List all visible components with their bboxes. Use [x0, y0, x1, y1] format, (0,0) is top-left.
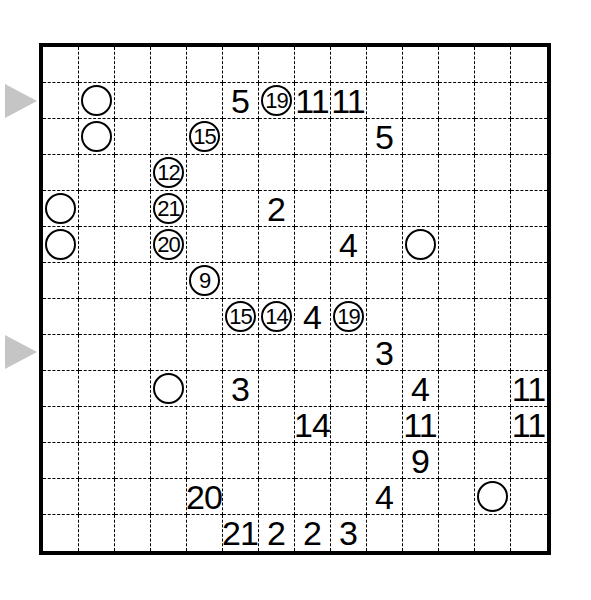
- cell-r9c2[interactable]: [79, 335, 115, 371]
- cell-r14c9[interactable]: 3: [331, 515, 367, 551]
- cell-r10c6[interactable]: 3: [223, 371, 259, 407]
- cell-r12c11[interactable]: 9: [403, 443, 439, 479]
- cell-r1c6[interactable]: [223, 47, 259, 83]
- number-clue: 2: [303, 516, 321, 550]
- cell-r13c6[interactable]: [223, 479, 259, 515]
- cell-r12c6[interactable]: [223, 443, 259, 479]
- cell-r10c12[interactable]: [439, 371, 475, 407]
- cell-r7c12[interactable]: [439, 263, 475, 299]
- cell-r6c9[interactable]: 4: [331, 227, 367, 263]
- cell-r4c12[interactable]: [439, 155, 475, 191]
- cell-r7c10[interactable]: [367, 263, 403, 299]
- cell-r10c2[interactable]: [79, 371, 115, 407]
- cell-r8c5[interactable]: [187, 299, 223, 335]
- number-clue: 4: [375, 480, 393, 514]
- cell-r14c14[interactable]: [511, 515, 547, 551]
- cell-r11c11[interactable]: 11: [403, 407, 439, 443]
- cell-r2c11[interactable]: [403, 83, 439, 119]
- cell-r1c7[interactable]: [259, 47, 295, 83]
- cell-r9c5[interactable]: [187, 335, 223, 371]
- cell-r13c13[interactable]: [475, 479, 511, 515]
- cell-r2c14[interactable]: [511, 83, 547, 119]
- cell-r14c4[interactable]: [151, 515, 187, 551]
- cell-r10c13[interactable]: [475, 371, 511, 407]
- cell-r1c1[interactable]: [43, 47, 79, 83]
- cell-r2c10[interactable]: [367, 83, 403, 119]
- cell-r13c3[interactable]: [115, 479, 151, 515]
- number-clue: 3: [339, 516, 357, 550]
- cell-r4c8[interactable]: [295, 155, 331, 191]
- cell-r7c13[interactable]: [475, 263, 511, 299]
- cell-r4c10[interactable]: [367, 155, 403, 191]
- cell-r11c8[interactable]: 14: [295, 407, 331, 443]
- circled-number-clue: 19: [333, 301, 364, 332]
- cell-r5c14[interactable]: [511, 191, 547, 227]
- cell-r1c5[interactable]: [187, 47, 223, 83]
- cell-r2c7[interactable]: 19: [259, 83, 295, 119]
- cell-r11c3[interactable]: [115, 407, 151, 443]
- circled-number-clue: 15: [189, 121, 220, 152]
- cell-r10c11[interactable]: 4: [403, 371, 439, 407]
- cell-r13c12[interactable]: [439, 479, 475, 515]
- puzzle-grid: 5191111155122122049151441933411141111920…: [43, 47, 547, 551]
- cell-r2c4[interactable]: [151, 83, 187, 119]
- cell-r8c2[interactable]: [79, 299, 115, 335]
- cell-r13c1[interactable]: [43, 479, 79, 515]
- cell-r7c8[interactable]: [295, 263, 331, 299]
- cell-r7c9[interactable]: [331, 263, 367, 299]
- cell-r9c6[interactable]: [223, 335, 259, 371]
- cell-r7c6[interactable]: [223, 263, 259, 299]
- cell-r7c3[interactable]: [115, 263, 151, 299]
- cell-r7c11[interactable]: [403, 263, 439, 299]
- cell-r6c6[interactable]: [223, 227, 259, 263]
- cell-r11c7[interactable]: [259, 407, 295, 443]
- cell-r9c8[interactable]: [295, 335, 331, 371]
- number-clue: 3: [375, 336, 393, 370]
- cell-r8c7[interactable]: 14: [259, 299, 295, 335]
- cell-r5c4[interactable]: 21: [151, 191, 187, 227]
- cell-r14c12[interactable]: [439, 515, 475, 551]
- cell-r8c10[interactable]: [367, 299, 403, 335]
- cell-r6c3[interactable]: [115, 227, 151, 263]
- cell-r7c2[interactable]: [79, 263, 115, 299]
- cell-r11c13[interactable]: [475, 407, 511, 443]
- cell-r4c9[interactable]: [331, 155, 367, 191]
- empty-circle: [45, 193, 76, 224]
- cell-r5c2[interactable]: [79, 191, 115, 227]
- cell-r6c4[interactable]: 20: [151, 227, 187, 263]
- cell-r12c8[interactable]: [295, 443, 331, 479]
- cell-r2c2[interactable]: [79, 83, 115, 119]
- cell-r6c8[interactable]: [295, 227, 331, 263]
- cell-r4c1[interactable]: [43, 155, 79, 191]
- cell-r13c5[interactable]: 20: [187, 479, 223, 515]
- cell-r3c11[interactable]: [403, 119, 439, 155]
- answer-row-marker-a: A: [5, 84, 37, 118]
- cell-r2c9[interactable]: 11: [331, 83, 367, 119]
- cell-r12c13[interactable]: [475, 443, 511, 479]
- number-clue: 3: [231, 372, 249, 406]
- cell-r3c3[interactable]: [115, 119, 151, 155]
- cell-r1c12[interactable]: [439, 47, 475, 83]
- cell-r3c7[interactable]: [259, 119, 295, 155]
- cell-r1c10[interactable]: [367, 47, 403, 83]
- cell-r3c5[interactable]: 15: [187, 119, 223, 155]
- cell-r6c13[interactable]: [475, 227, 511, 263]
- cell-r11c9[interactable]: [331, 407, 367, 443]
- cell-r9c1[interactable]: [43, 335, 79, 371]
- puzzle-board: 5191111155122122049151441933411141111920…: [39, 43, 551, 555]
- cell-r8c12[interactable]: [439, 299, 475, 335]
- cell-r10c9[interactable]: [331, 371, 367, 407]
- cell-r14c7[interactable]: 2: [259, 515, 295, 551]
- cell-r10c14[interactable]: 11: [511, 371, 547, 407]
- cell-r7c1[interactable]: [43, 263, 79, 299]
- circled-number-clue: 20: [153, 229, 184, 260]
- number-clue: 2: [267, 516, 285, 550]
- cell-r11c5[interactable]: [187, 407, 223, 443]
- cell-r9c12[interactable]: [439, 335, 475, 371]
- cell-r5c6[interactable]: [223, 191, 259, 227]
- cell-r12c7[interactable]: [259, 443, 295, 479]
- cell-r11c4[interactable]: [151, 407, 187, 443]
- cell-r9c7[interactable]: [259, 335, 295, 371]
- empty-circle: [477, 481, 508, 512]
- cell-r13c4[interactable]: [151, 479, 187, 515]
- cell-r5c3[interactable]: [115, 191, 151, 227]
- cell-r9c13[interactable]: [475, 335, 511, 371]
- cell-r5c11[interactable]: [403, 191, 439, 227]
- cell-r7c5[interactable]: 9: [187, 263, 223, 299]
- cell-r8c8[interactable]: 4: [295, 299, 331, 335]
- cell-r14c13[interactable]: [475, 515, 511, 551]
- cell-r2c13[interactable]: [475, 83, 511, 119]
- cell-r8c14[interactable]: [511, 299, 547, 335]
- puzzle-page: A B 519111115512212204915144193341114111…: [0, 0, 591, 600]
- number-clue: 5: [231, 84, 249, 118]
- cell-r2c6[interactable]: 5: [223, 83, 259, 119]
- cell-r11c2[interactable]: [79, 407, 115, 443]
- cell-r1c2[interactable]: [79, 47, 115, 83]
- cell-r14c1[interactable]: [43, 515, 79, 551]
- cell-r13c9[interactable]: [331, 479, 367, 515]
- cell-r10c7[interactable]: [259, 371, 295, 407]
- cell-r12c5[interactable]: [187, 443, 223, 479]
- cell-r4c6[interactable]: [223, 155, 259, 191]
- cell-r5c7[interactable]: 2: [259, 191, 295, 227]
- cell-r12c12[interactable]: [439, 443, 475, 479]
- number-clue: 4: [339, 228, 357, 262]
- cell-r10c5[interactable]: [187, 371, 223, 407]
- empty-circle: [81, 85, 112, 116]
- cell-r12c3[interactable]: [115, 443, 151, 479]
- cell-r5c5[interactable]: [187, 191, 223, 227]
- cell-r5c8[interactable]: [295, 191, 331, 227]
- number-clue: 11: [512, 372, 545, 406]
- cell-r9c4[interactable]: [151, 335, 187, 371]
- number-clue: 4: [411, 372, 429, 406]
- cell-r3c1[interactable]: [43, 119, 79, 155]
- cell-r14c5[interactable]: [187, 515, 223, 551]
- cell-r5c10[interactable]: [367, 191, 403, 227]
- cell-r13c7[interactable]: [259, 479, 295, 515]
- number-clue: 11: [403, 408, 436, 442]
- cell-r14c8[interactable]: 2: [295, 515, 331, 551]
- cell-r6c5[interactable]: [187, 227, 223, 263]
- answer-row-marker-b: B: [5, 335, 37, 369]
- empty-circle: [153, 373, 184, 404]
- cell-r3c6[interactable]: [223, 119, 259, 155]
- cell-r4c14[interactable]: [511, 155, 547, 191]
- number-clue: 11: [331, 84, 364, 118]
- cell-r7c4[interactable]: [151, 263, 187, 299]
- cell-r4c4[interactable]: 12: [151, 155, 187, 191]
- cell-r9c10[interactable]: 3: [367, 335, 403, 371]
- cell-r9c11[interactable]: [403, 335, 439, 371]
- cell-r3c10[interactable]: 5: [367, 119, 403, 155]
- cell-r10c1[interactable]: [43, 371, 79, 407]
- cell-r8c4[interactable]: [151, 299, 187, 335]
- empty-circle: [405, 229, 436, 260]
- number-clue: 5: [375, 120, 393, 154]
- cell-r6c12[interactable]: [439, 227, 475, 263]
- number-clue: 11: [295, 84, 328, 118]
- cell-r5c12[interactable]: [439, 191, 475, 227]
- cell-r5c9[interactable]: [331, 191, 367, 227]
- circled-number-clue: 9: [189, 265, 220, 296]
- empty-circle: [45, 229, 76, 260]
- cell-r2c8[interactable]: 11: [295, 83, 331, 119]
- cell-r11c10[interactable]: [367, 407, 403, 443]
- cell-r14c6[interactable]: 21: [223, 515, 259, 551]
- cell-r6c10[interactable]: [367, 227, 403, 263]
- number-clue: 9: [411, 444, 429, 478]
- cell-r6c7[interactable]: [259, 227, 295, 263]
- cell-r1c8[interactable]: [295, 47, 331, 83]
- cell-r6c2[interactable]: [79, 227, 115, 263]
- cell-r3c2[interactable]: [79, 119, 115, 155]
- number-clue: 14: [294, 408, 330, 442]
- cell-r3c14[interactable]: [511, 119, 547, 155]
- cell-r2c5[interactable]: [187, 83, 223, 119]
- circled-number-clue: 14: [261, 301, 292, 332]
- cell-r14c10[interactable]: [367, 515, 403, 551]
- cell-r12c1[interactable]: [43, 443, 79, 479]
- cell-r1c13[interactable]: [475, 47, 511, 83]
- circled-number-clue: 12: [153, 157, 184, 188]
- cell-r5c1[interactable]: [43, 191, 79, 227]
- cell-r8c1[interactable]: [43, 299, 79, 335]
- cell-r13c2[interactable]: [79, 479, 115, 515]
- cell-r9c3[interactable]: [115, 335, 151, 371]
- cell-r11c1[interactable]: [43, 407, 79, 443]
- cell-r3c4[interactable]: [151, 119, 187, 155]
- cell-r3c12[interactable]: [439, 119, 475, 155]
- cell-r14c11[interactable]: [403, 515, 439, 551]
- cell-r2c1[interactable]: [43, 83, 79, 119]
- cell-r10c8[interactable]: [295, 371, 331, 407]
- cell-r4c2[interactable]: [79, 155, 115, 191]
- cell-r14c2[interactable]: [79, 515, 115, 551]
- cell-r8c6[interactable]: 15: [223, 299, 259, 335]
- number-clue: 2: [267, 192, 285, 226]
- cell-r10c3[interactable]: [115, 371, 151, 407]
- cell-r9c14[interactable]: [511, 335, 547, 371]
- cell-r1c3[interactable]: [115, 47, 151, 83]
- cell-r12c4[interactable]: [151, 443, 187, 479]
- cell-r11c6[interactable]: [223, 407, 259, 443]
- cell-r8c13[interactable]: [475, 299, 511, 335]
- cell-r4c5[interactable]: [187, 155, 223, 191]
- cell-r8c11[interactable]: [403, 299, 439, 335]
- cell-r14c3[interactable]: [115, 515, 151, 551]
- cell-r10c4[interactable]: [151, 371, 187, 407]
- cell-r4c13[interactable]: [475, 155, 511, 191]
- cell-r1c11[interactable]: [403, 47, 439, 83]
- cell-r12c14[interactable]: [511, 443, 547, 479]
- number-clue: 21: [222, 516, 258, 550]
- number-clue: 20: [186, 480, 222, 514]
- circled-number-clue: 21: [153, 193, 184, 224]
- cell-r11c12[interactable]: [439, 407, 475, 443]
- number-clue: 4: [303, 300, 321, 334]
- cell-r3c9[interactable]: [331, 119, 367, 155]
- cell-r7c14[interactable]: [511, 263, 547, 299]
- cell-r7c7[interactable]: [259, 263, 295, 299]
- cell-r1c9[interactable]: [331, 47, 367, 83]
- cell-r6c14[interactable]: [511, 227, 547, 263]
- cell-r1c4[interactable]: [151, 47, 187, 83]
- cell-r2c12[interactable]: [439, 83, 475, 119]
- cell-r1c14[interactable]: [511, 47, 547, 83]
- cell-r10c10[interactable]: [367, 371, 403, 407]
- cell-r12c2[interactable]: [79, 443, 115, 479]
- number-clue: 11: [512, 408, 545, 442]
- cell-r12c10[interactable]: [367, 443, 403, 479]
- cell-r11c14[interactable]: 11: [511, 407, 547, 443]
- cell-r6c11[interactable]: [403, 227, 439, 263]
- cell-r8c9[interactable]: 19: [331, 299, 367, 335]
- cell-r2c3[interactable]: [115, 83, 151, 119]
- cell-r3c8[interactable]: [295, 119, 331, 155]
- circled-number-clue: 19: [261, 85, 292, 116]
- cell-r4c7[interactable]: [259, 155, 295, 191]
- cell-r4c3[interactable]: [115, 155, 151, 191]
- cell-r12c9[interactable]: [331, 443, 367, 479]
- cell-r13c10[interactable]: 4: [367, 479, 403, 515]
- cell-r6c1[interactable]: [43, 227, 79, 263]
- cell-r13c11[interactable]: [403, 479, 439, 515]
- cell-r3c13[interactable]: [475, 119, 511, 155]
- cell-r9c9[interactable]: [331, 335, 367, 371]
- cell-r5c13[interactable]: [475, 191, 511, 227]
- cell-r8c3[interactable]: [115, 299, 151, 335]
- cell-r4c11[interactable]: [403, 155, 439, 191]
- empty-circle: [81, 121, 112, 152]
- cell-r13c8[interactable]: [295, 479, 331, 515]
- cell-r13c14[interactable]: [511, 479, 547, 515]
- circled-number-clue: 15: [225, 301, 256, 332]
